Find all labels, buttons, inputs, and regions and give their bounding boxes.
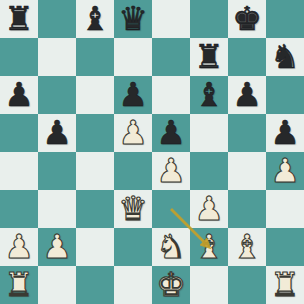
piece-black-rook-a8[interactable]: ♜ — [4, 0, 34, 38]
square-c8[interactable]: ♝ — [76, 0, 114, 38]
square-d5[interactable]: ♟ — [114, 114, 152, 152]
square-e8[interactable] — [152, 0, 190, 38]
piece-white-rook-a1[interactable]: ♜ — [4, 266, 34, 304]
piece-white-knight-e2[interactable]: ♞ — [156, 228, 186, 266]
square-f2[interactable]: ♝ — [190, 228, 228, 266]
square-g1[interactable] — [228, 266, 266, 304]
square-b6[interactable] — [38, 76, 76, 114]
square-c5[interactable] — [76, 114, 114, 152]
square-e5[interactable]: ♟ — [152, 114, 190, 152]
square-b2[interactable]: ♟ — [38, 228, 76, 266]
piece-black-bishop-f6[interactable]: ♝ — [194, 76, 224, 114]
square-e6[interactable] — [152, 76, 190, 114]
piece-black-pawn-e5[interactable]: ♟ — [156, 114, 186, 152]
square-e1[interactable]: ♚ — [152, 266, 190, 304]
chess-board: ♜♝♛♚♜♞♟♟♝♟♟♟♟♟♟♟♛♟♟♟♞♝♝♜♚♜ — [0, 0, 304, 304]
piece-white-pawn-f3[interactable]: ♟ — [194, 190, 224, 228]
piece-black-pawn-g6[interactable]: ♟ — [232, 76, 262, 114]
square-a5[interactable] — [0, 114, 38, 152]
square-a4[interactable] — [0, 152, 38, 190]
square-d6[interactable]: ♟ — [114, 76, 152, 114]
piece-black-pawn-a6[interactable]: ♟ — [4, 76, 34, 114]
piece-black-rook-f7[interactable]: ♜ — [194, 38, 224, 76]
square-a2[interactable]: ♟ — [0, 228, 38, 266]
piece-white-bishop-g2[interactable]: ♝ — [232, 228, 262, 266]
square-e3[interactable] — [152, 190, 190, 228]
square-g3[interactable] — [228, 190, 266, 228]
square-h1[interactable]: ♜ — [266, 266, 304, 304]
square-g4[interactable] — [228, 152, 266, 190]
square-f4[interactable] — [190, 152, 228, 190]
square-g2[interactable]: ♝ — [228, 228, 266, 266]
piece-black-knight-h7[interactable]: ♞ — [270, 38, 300, 76]
square-c6[interactable] — [76, 76, 114, 114]
square-h3[interactable] — [266, 190, 304, 228]
square-f6[interactable]: ♝ — [190, 76, 228, 114]
square-c2[interactable] — [76, 228, 114, 266]
square-h8[interactable] — [266, 0, 304, 38]
square-h7[interactable]: ♞ — [266, 38, 304, 76]
square-b7[interactable] — [38, 38, 76, 76]
square-d8[interactable]: ♛ — [114, 0, 152, 38]
square-a7[interactable] — [0, 38, 38, 76]
square-b1[interactable] — [38, 266, 76, 304]
square-c7[interactable] — [76, 38, 114, 76]
square-h5[interactable]: ♟ — [266, 114, 304, 152]
square-a3[interactable] — [0, 190, 38, 228]
square-a6[interactable]: ♟ — [0, 76, 38, 114]
square-g7[interactable] — [228, 38, 266, 76]
square-f5[interactable] — [190, 114, 228, 152]
square-b8[interactable] — [38, 0, 76, 38]
piece-white-queen-d3[interactable]: ♛ — [118, 190, 148, 228]
piece-white-rook-h1[interactable]: ♜ — [270, 266, 300, 304]
square-h6[interactable] — [266, 76, 304, 114]
square-d2[interactable] — [114, 228, 152, 266]
piece-black-king-g8[interactable]: ♚ — [232, 0, 262, 38]
square-f7[interactable]: ♜ — [190, 38, 228, 76]
piece-black-queen-d8[interactable]: ♛ — [118, 0, 148, 38]
piece-white-pawn-h4[interactable]: ♟ — [270, 152, 300, 190]
piece-white-pawn-d5[interactable]: ♟ — [118, 114, 148, 152]
piece-black-pawn-d6[interactable]: ♟ — [118, 76, 148, 114]
square-d3[interactable]: ♛ — [114, 190, 152, 228]
square-e2[interactable]: ♞ — [152, 228, 190, 266]
square-d7[interactable] — [114, 38, 152, 76]
piece-white-pawn-b2[interactable]: ♟ — [42, 228, 72, 266]
piece-white-king-e1[interactable]: ♚ — [156, 266, 186, 304]
square-f3[interactable]: ♟ — [190, 190, 228, 228]
square-g8[interactable]: ♚ — [228, 0, 266, 38]
piece-white-pawn-e4[interactable]: ♟ — [156, 152, 186, 190]
square-c1[interactable] — [76, 266, 114, 304]
piece-white-bishop-f2[interactable]: ♝ — [194, 228, 224, 266]
square-e7[interactable] — [152, 38, 190, 76]
piece-black-bishop-c8[interactable]: ♝ — [80, 0, 110, 38]
piece-white-pawn-a2[interactable]: ♟ — [4, 228, 34, 266]
square-b3[interactable] — [38, 190, 76, 228]
square-c4[interactable] — [76, 152, 114, 190]
square-g5[interactable] — [228, 114, 266, 152]
square-c3[interactable] — [76, 190, 114, 228]
square-g6[interactable]: ♟ — [228, 76, 266, 114]
square-h4[interactable]: ♟ — [266, 152, 304, 190]
piece-black-pawn-h5[interactable]: ♟ — [270, 114, 300, 152]
square-f1[interactable] — [190, 266, 228, 304]
square-h2[interactable] — [266, 228, 304, 266]
square-b5[interactable]: ♟ — [38, 114, 76, 152]
chess-board-container: ♜♝♛♚♜♞♟♟♝♟♟♟♟♟♟♟♛♟♟♟♞♝♝♜♚♜ — [0, 0, 304, 304]
piece-black-pawn-b5[interactable]: ♟ — [42, 114, 72, 152]
square-b4[interactable] — [38, 152, 76, 190]
square-d4[interactable] — [114, 152, 152, 190]
square-e4[interactable]: ♟ — [152, 152, 190, 190]
square-d1[interactable] — [114, 266, 152, 304]
square-f8[interactable] — [190, 0, 228, 38]
square-a8[interactable]: ♜ — [0, 0, 38, 38]
square-a1[interactable]: ♜ — [0, 266, 38, 304]
